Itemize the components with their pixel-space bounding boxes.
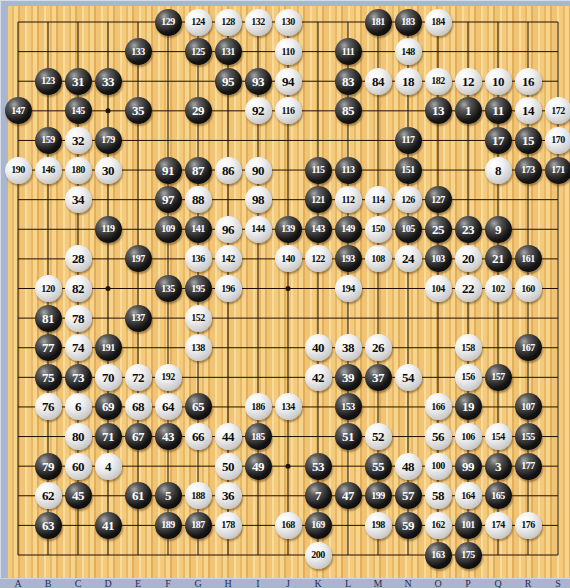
stone-white-74: 74 xyxy=(65,334,92,361)
stone-white-64: 64 xyxy=(155,393,182,420)
stone-black-163: 163 xyxy=(425,542,452,569)
column-label-P: P xyxy=(458,578,478,588)
stone-black-117: 117 xyxy=(395,127,422,154)
stone-black-137: 137 xyxy=(125,305,152,332)
stone-white-72: 72 xyxy=(125,364,152,391)
stone-black-197: 197 xyxy=(125,245,152,272)
stone-black-39: 39 xyxy=(335,364,362,391)
stone-white-158: 158 xyxy=(455,334,482,361)
stone-black-149: 149 xyxy=(335,216,362,243)
stone-black-85: 85 xyxy=(335,97,362,124)
stone-black-63: 63 xyxy=(35,512,62,539)
stone-white-194: 194 xyxy=(335,275,362,302)
stone-white-18: 18 xyxy=(395,68,422,95)
stone-black-81: 81 xyxy=(35,305,62,332)
stone-white-154: 154 xyxy=(485,423,512,450)
stone-white-92: 92 xyxy=(245,97,272,124)
stone-white-26: 26 xyxy=(365,334,392,361)
stone-black-123: 123 xyxy=(35,68,62,95)
stone-black-153: 153 xyxy=(335,393,362,420)
stone-black-99: 99 xyxy=(455,453,482,480)
stone-black-83: 83 xyxy=(335,68,362,95)
stone-white-98: 98 xyxy=(245,186,272,213)
stone-black-7: 7 xyxy=(305,482,332,509)
stone-black-199: 199 xyxy=(365,482,392,509)
stone-black-135: 135 xyxy=(155,275,182,302)
stone-white-180: 180 xyxy=(65,157,92,184)
column-label-S: S xyxy=(548,578,568,588)
stone-white-176: 176 xyxy=(515,512,542,539)
column-label-K: K xyxy=(308,578,328,588)
stone-white-88: 88 xyxy=(185,186,212,213)
stone-black-105: 105 xyxy=(395,216,422,243)
stone-white-36: 36 xyxy=(215,482,242,509)
stone-white-140: 140 xyxy=(275,245,302,272)
stone-white-86: 86 xyxy=(215,157,242,184)
stone-white-4: 4 xyxy=(95,453,122,480)
stone-black-179: 179 xyxy=(95,127,122,154)
stone-black-53: 53 xyxy=(305,453,332,480)
stone-black-189: 189 xyxy=(155,512,182,539)
stone-white-50: 50 xyxy=(215,453,242,480)
stone-white-144: 144 xyxy=(245,216,272,243)
stone-black-23: 23 xyxy=(455,216,482,243)
stone-white-112: 112 xyxy=(335,186,362,213)
column-label-A: A xyxy=(8,578,28,588)
stone-black-103: 103 xyxy=(425,245,452,272)
stone-white-138: 138 xyxy=(185,334,212,361)
stone-black-147: 147 xyxy=(5,97,32,124)
stone-black-5: 5 xyxy=(155,482,182,509)
stone-black-125: 125 xyxy=(185,38,212,65)
stone-black-35: 35 xyxy=(125,97,152,124)
stone-black-165: 165 xyxy=(485,482,512,509)
stone-black-93: 93 xyxy=(245,68,272,95)
go-game-viewer: 1345678910111213141516171819202122232425… xyxy=(0,0,570,588)
stone-black-141: 141 xyxy=(185,216,212,243)
column-label-R: R xyxy=(518,578,538,588)
stone-black-67: 67 xyxy=(125,423,152,450)
stone-black-79: 79 xyxy=(35,453,62,480)
stone-white-56: 56 xyxy=(425,423,452,450)
stone-white-114: 114 xyxy=(365,186,392,213)
stone-white-70: 70 xyxy=(95,364,122,391)
stone-black-45: 45 xyxy=(65,482,92,509)
stone-black-167: 167 xyxy=(515,334,542,361)
stone-black-175: 175 xyxy=(455,542,482,569)
stone-white-20: 20 xyxy=(455,245,482,272)
stone-black-21: 21 xyxy=(485,245,512,272)
stone-white-42: 42 xyxy=(305,364,332,391)
stone-white-196: 196 xyxy=(215,275,242,302)
stone-white-174: 174 xyxy=(485,512,512,539)
stone-white-120: 120 xyxy=(35,275,62,302)
stone-black-57: 57 xyxy=(395,482,422,509)
stone-black-187: 187 xyxy=(185,512,212,539)
column-label-I: I xyxy=(248,578,268,588)
stone-black-177: 177 xyxy=(515,453,542,480)
stone-white-6: 6 xyxy=(65,393,92,420)
stone-black-111: 111 xyxy=(335,38,362,65)
stone-white-188: 188 xyxy=(185,482,212,509)
column-label-F: F xyxy=(158,578,178,588)
stone-black-169: 169 xyxy=(305,512,332,539)
stone-black-113: 113 xyxy=(335,157,362,184)
column-label-M: M xyxy=(368,578,388,588)
stone-white-166: 166 xyxy=(425,393,452,420)
stone-white-62: 62 xyxy=(35,482,62,509)
stone-white-122: 122 xyxy=(305,245,332,272)
stone-white-184: 184 xyxy=(425,9,452,36)
stone-white-24: 24 xyxy=(395,245,422,272)
stone-white-130: 130 xyxy=(275,9,302,36)
stone-black-95: 95 xyxy=(215,68,242,95)
stone-white-66: 66 xyxy=(185,423,212,450)
stone-white-40: 40 xyxy=(305,334,332,361)
stone-black-121: 121 xyxy=(305,186,332,213)
column-label-B: B xyxy=(38,578,58,588)
stone-white-182: 182 xyxy=(425,68,452,95)
stone-black-51: 51 xyxy=(335,423,362,450)
stone-white-128: 128 xyxy=(215,9,242,36)
stone-white-102: 102 xyxy=(485,275,512,302)
column-labels: ABCDEFGHIJKLMNOPQRS xyxy=(0,578,570,588)
column-label-O: O xyxy=(428,578,448,588)
stone-black-15: 15 xyxy=(515,127,542,154)
stone-black-55: 55 xyxy=(365,453,392,480)
stone-white-78: 78 xyxy=(65,305,92,332)
column-label-Q: Q xyxy=(488,578,508,588)
stone-black-133: 133 xyxy=(125,38,152,65)
stone-black-3: 3 xyxy=(485,453,512,480)
stone-white-90: 90 xyxy=(245,157,272,184)
stone-white-190: 190 xyxy=(5,157,32,184)
stone-white-116: 116 xyxy=(275,97,302,124)
stone-white-68: 68 xyxy=(125,393,152,420)
stone-black-171: 171 xyxy=(545,157,570,184)
stone-black-1: 1 xyxy=(455,97,482,124)
stone-black-31: 31 xyxy=(65,68,92,95)
stone-black-139: 139 xyxy=(275,216,302,243)
stone-black-19: 19 xyxy=(455,393,482,420)
stone-white-148: 148 xyxy=(395,38,422,65)
stone-white-30: 30 xyxy=(95,157,122,184)
stone-black-97: 97 xyxy=(155,186,182,213)
stone-white-14: 14 xyxy=(515,97,542,124)
column-label-H: H xyxy=(218,578,238,588)
stones-layer: 1345678910111213141516171819202122232425… xyxy=(0,0,570,578)
stone-white-152: 152 xyxy=(185,305,212,332)
stone-white-76: 76 xyxy=(35,393,62,420)
stone-white-198: 198 xyxy=(365,512,392,539)
stone-white-44: 44 xyxy=(215,423,242,450)
stone-black-145: 145 xyxy=(65,97,92,124)
stone-white-58: 58 xyxy=(425,482,452,509)
stone-black-155: 155 xyxy=(515,423,542,450)
stone-white-82: 82 xyxy=(65,275,92,302)
stone-black-37: 37 xyxy=(365,364,392,391)
stone-white-136: 136 xyxy=(185,245,212,272)
stone-white-132: 132 xyxy=(245,9,272,36)
stone-black-101: 101 xyxy=(455,512,482,539)
stone-white-160: 160 xyxy=(515,275,542,302)
stone-black-69: 69 xyxy=(95,393,122,420)
stone-black-41: 41 xyxy=(95,512,122,539)
stone-black-73: 73 xyxy=(65,364,92,391)
stone-black-47: 47 xyxy=(335,482,362,509)
stone-black-11: 11 xyxy=(485,97,512,124)
stone-white-38: 38 xyxy=(335,334,362,361)
stone-white-48: 48 xyxy=(395,453,422,480)
stone-black-161: 161 xyxy=(515,245,542,272)
stone-white-142: 142 xyxy=(215,245,242,272)
stone-white-170: 170 xyxy=(545,127,570,154)
stone-black-33: 33 xyxy=(95,68,122,95)
stone-black-17: 17 xyxy=(485,127,512,154)
stone-white-150: 150 xyxy=(365,216,392,243)
stone-black-143: 143 xyxy=(305,216,332,243)
column-label-G: G xyxy=(188,578,208,588)
stone-white-126: 126 xyxy=(395,186,422,213)
stone-black-9: 9 xyxy=(485,216,512,243)
stone-black-59: 59 xyxy=(395,512,422,539)
stone-black-71: 71 xyxy=(95,423,122,450)
stone-black-173: 173 xyxy=(515,157,542,184)
column-label-J: J xyxy=(278,578,298,588)
stone-black-77: 77 xyxy=(35,334,62,361)
stone-black-49: 49 xyxy=(245,453,272,480)
stone-black-129: 129 xyxy=(155,9,182,36)
stone-black-65: 65 xyxy=(185,393,212,420)
stone-black-115: 115 xyxy=(305,157,332,184)
stone-black-131: 131 xyxy=(215,38,242,65)
stone-white-178: 178 xyxy=(215,512,242,539)
stone-black-61: 61 xyxy=(125,482,152,509)
stone-black-43: 43 xyxy=(155,423,182,450)
stone-white-96: 96 xyxy=(215,216,242,243)
stone-white-124: 124 xyxy=(185,9,212,36)
stone-black-159: 159 xyxy=(35,127,62,154)
stone-white-134: 134 xyxy=(275,393,302,420)
stone-white-28: 28 xyxy=(65,245,92,272)
stone-white-146: 146 xyxy=(35,157,62,184)
stone-white-80: 80 xyxy=(65,423,92,450)
stone-white-60: 60 xyxy=(65,453,92,480)
stone-white-12: 12 xyxy=(455,68,482,95)
stone-black-119: 119 xyxy=(95,216,122,243)
stone-black-87: 87 xyxy=(185,157,212,184)
stone-white-10: 10 xyxy=(485,68,512,95)
stone-white-54: 54 xyxy=(395,364,422,391)
stone-white-200: 200 xyxy=(305,542,332,569)
stone-white-106: 106 xyxy=(455,423,482,450)
stone-white-52: 52 xyxy=(365,423,392,450)
column-label-L: L xyxy=(338,578,358,588)
stone-black-91: 91 xyxy=(155,157,182,184)
stone-white-16: 16 xyxy=(515,68,542,95)
stone-white-22: 22 xyxy=(455,275,482,302)
column-label-D: D xyxy=(98,578,118,588)
column-label-E: E xyxy=(128,578,148,588)
stone-white-156: 156 xyxy=(455,364,482,391)
stone-white-8: 8 xyxy=(485,157,512,184)
stone-black-183: 183 xyxy=(395,9,422,36)
stone-black-195: 195 xyxy=(185,275,212,302)
stone-white-172: 172 xyxy=(545,97,570,124)
stone-white-168: 168 xyxy=(275,512,302,539)
stone-white-110: 110 xyxy=(275,38,302,65)
stone-white-162: 162 xyxy=(425,512,452,539)
stone-black-193: 193 xyxy=(335,245,362,272)
stone-black-127: 127 xyxy=(425,186,452,213)
stone-black-29: 29 xyxy=(185,97,212,124)
stone-white-104: 104 xyxy=(425,275,452,302)
stone-white-34: 34 xyxy=(65,186,92,213)
stone-white-164: 164 xyxy=(455,482,482,509)
stone-black-75: 75 xyxy=(35,364,62,391)
stone-black-185: 185 xyxy=(245,423,272,450)
stone-white-192: 192 xyxy=(155,364,182,391)
stone-black-107: 107 xyxy=(515,393,542,420)
stone-black-25: 25 xyxy=(425,216,452,243)
stone-black-109: 109 xyxy=(155,216,182,243)
stone-black-157: 157 xyxy=(485,364,512,391)
stone-white-94: 94 xyxy=(275,68,302,95)
column-label-N: N xyxy=(398,578,418,588)
stone-white-32: 32 xyxy=(65,127,92,154)
stone-white-100: 100 xyxy=(425,453,452,480)
stone-white-108: 108 xyxy=(365,245,392,272)
stone-black-191: 191 xyxy=(95,334,122,361)
stone-white-84: 84 xyxy=(365,68,392,95)
stone-black-151: 151 xyxy=(395,157,422,184)
stone-black-181: 181 xyxy=(365,9,392,36)
stone-white-186: 186 xyxy=(245,393,272,420)
column-label-C: C xyxy=(68,578,88,588)
stone-black-13: 13 xyxy=(425,97,452,124)
